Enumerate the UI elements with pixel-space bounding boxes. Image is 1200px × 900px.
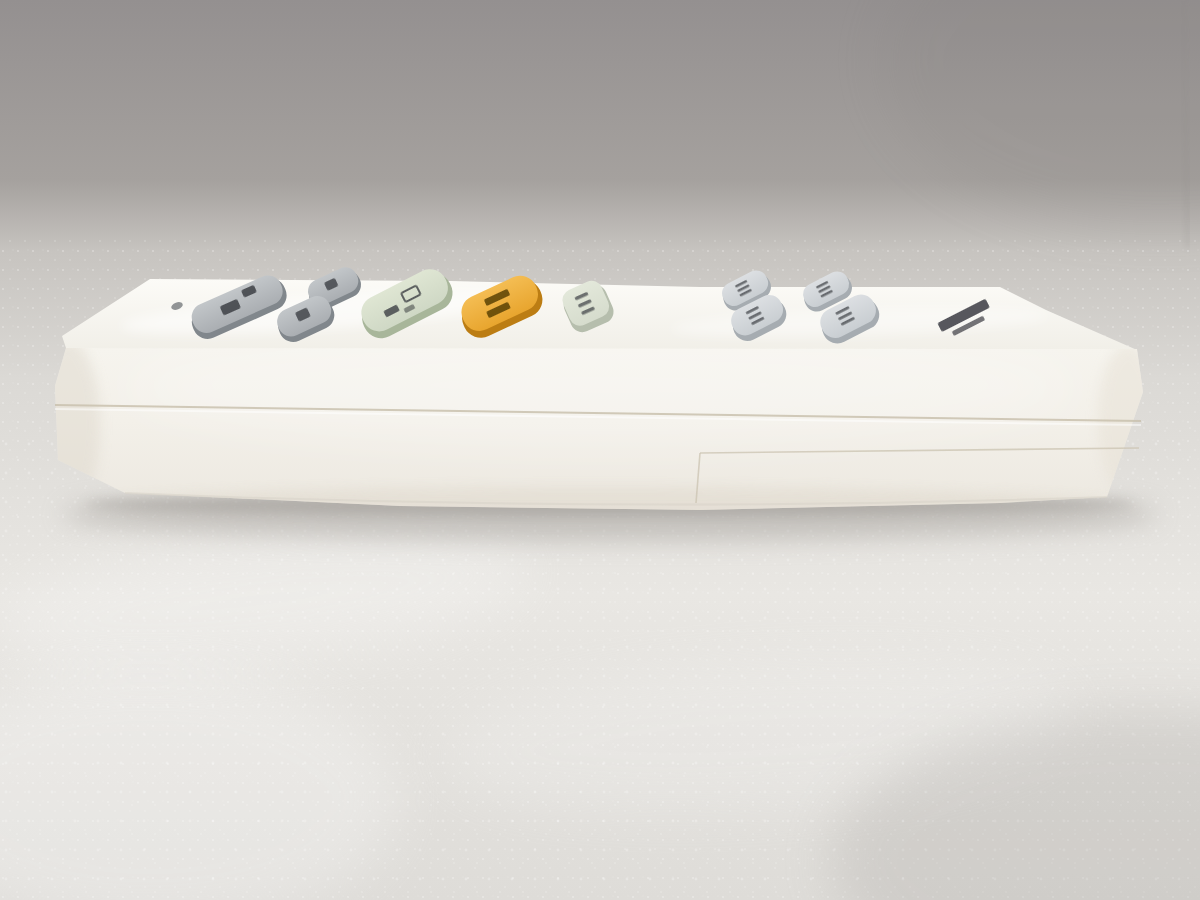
- photo-remote-control: [0, 0, 1200, 900]
- photo-canvas: [0, 0, 1200, 900]
- remote-body: [36, 262, 1158, 523]
